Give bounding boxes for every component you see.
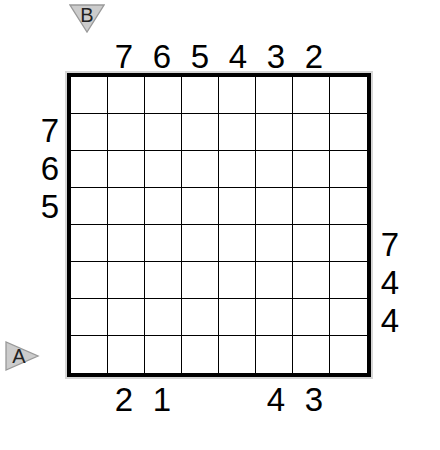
cell-r1c3[interactable] bbox=[145, 77, 182, 114]
cell-r8c7[interactable] bbox=[293, 336, 330, 373]
clue-bottom-col2: 2 bbox=[105, 383, 143, 416]
clue-left-row1 bbox=[33, 73, 67, 111]
marker-b-label: B bbox=[69, 5, 105, 26]
cell-r7c2[interactable] bbox=[108, 299, 145, 336]
cell-r7c5[interactable] bbox=[219, 299, 256, 336]
clue-top-col4: 5 bbox=[181, 40, 219, 73]
clues-left: 765 bbox=[33, 73, 67, 377]
cell-r7c1[interactable] bbox=[71, 299, 108, 336]
cell-r5c4[interactable] bbox=[182, 225, 219, 262]
clue-top-col8 bbox=[333, 40, 371, 73]
clue-bottom-col7: 3 bbox=[295, 383, 333, 416]
cell-r3c6[interactable] bbox=[256, 151, 293, 188]
puzzle-grid bbox=[67, 73, 371, 377]
cell-r8c6[interactable] bbox=[256, 336, 293, 373]
cell-r6c6[interactable] bbox=[256, 262, 293, 299]
cell-r8c2[interactable] bbox=[108, 336, 145, 373]
cell-r1c8[interactable] bbox=[330, 77, 367, 114]
clues-right: 744 bbox=[373, 73, 407, 377]
cell-r7c7[interactable] bbox=[293, 299, 330, 336]
cell-r5c5[interactable] bbox=[219, 225, 256, 262]
cell-r1c6[interactable] bbox=[256, 77, 293, 114]
cell-r2c3[interactable] bbox=[145, 114, 182, 151]
cell-r3c8[interactable] bbox=[330, 151, 367, 188]
cell-r7c6[interactable] bbox=[256, 299, 293, 336]
cell-r1c4[interactable] bbox=[182, 77, 219, 114]
clue-left-row6 bbox=[33, 263, 67, 301]
cell-r2c5[interactable] bbox=[219, 114, 256, 151]
clue-bottom-col6: 4 bbox=[257, 383, 295, 416]
puzzle-canvas: B A 765432 765 744 2143 bbox=[0, 0, 440, 450]
cell-r4c1[interactable] bbox=[71, 188, 108, 225]
clue-bottom-col4 bbox=[181, 383, 219, 416]
clue-top-col6: 3 bbox=[257, 40, 295, 73]
clue-left-row7 bbox=[33, 301, 67, 339]
clue-bottom-col8 bbox=[333, 383, 371, 416]
clue-right-row7: 4 bbox=[373, 301, 407, 339]
cell-r2c8[interactable] bbox=[330, 114, 367, 151]
clue-bottom-col5 bbox=[219, 383, 257, 416]
cell-r6c7[interactable] bbox=[293, 262, 330, 299]
cell-r6c3[interactable] bbox=[145, 262, 182, 299]
cell-r5c3[interactable] bbox=[145, 225, 182, 262]
cell-r5c8[interactable] bbox=[330, 225, 367, 262]
cell-r4c2[interactable] bbox=[108, 188, 145, 225]
cell-r7c8[interactable] bbox=[330, 299, 367, 336]
cell-r1c1[interactable] bbox=[71, 77, 108, 114]
cell-r4c4[interactable] bbox=[182, 188, 219, 225]
clue-bottom-col1 bbox=[67, 383, 105, 416]
clue-right-row8 bbox=[373, 339, 407, 377]
clues-top: 765432 bbox=[67, 40, 371, 73]
clue-bottom-col3: 1 bbox=[143, 383, 181, 416]
cell-r2c6[interactable] bbox=[256, 114, 293, 151]
cell-r4c3[interactable] bbox=[145, 188, 182, 225]
cell-r1c7[interactable] bbox=[293, 77, 330, 114]
cell-r1c2[interactable] bbox=[108, 77, 145, 114]
cell-r6c5[interactable] bbox=[219, 262, 256, 299]
clue-left-row3: 6 bbox=[33, 149, 67, 187]
clue-left-row4: 5 bbox=[33, 187, 67, 225]
cell-r3c2[interactable] bbox=[108, 151, 145, 188]
clue-right-row6: 4 bbox=[373, 263, 407, 301]
cell-r2c2[interactable] bbox=[108, 114, 145, 151]
clue-right-row5: 7 bbox=[373, 225, 407, 263]
clue-top-col7: 2 bbox=[295, 40, 333, 73]
clue-top-col5: 4 bbox=[219, 40, 257, 73]
marker-b: B bbox=[69, 4, 105, 34]
cell-r2c1[interactable] bbox=[71, 114, 108, 151]
cell-r3c1[interactable] bbox=[71, 151, 108, 188]
cell-r4c7[interactable] bbox=[293, 188, 330, 225]
clue-top-col1 bbox=[67, 40, 105, 73]
marker-a-label: A bbox=[7, 341, 31, 371]
cell-r4c8[interactable] bbox=[330, 188, 367, 225]
clue-right-row1 bbox=[373, 73, 407, 111]
cell-r8c3[interactable] bbox=[145, 336, 182, 373]
clue-right-row2 bbox=[373, 111, 407, 149]
cell-r6c8[interactable] bbox=[330, 262, 367, 299]
cell-r3c5[interactable] bbox=[219, 151, 256, 188]
cell-r8c4[interactable] bbox=[182, 336, 219, 373]
cell-r5c7[interactable] bbox=[293, 225, 330, 262]
cell-r8c5[interactable] bbox=[219, 336, 256, 373]
cell-r5c2[interactable] bbox=[108, 225, 145, 262]
clue-left-row2: 7 bbox=[33, 111, 67, 149]
cell-r7c4[interactable] bbox=[182, 299, 219, 336]
cell-r3c4[interactable] bbox=[182, 151, 219, 188]
cell-r3c7[interactable] bbox=[293, 151, 330, 188]
clue-top-col3: 6 bbox=[143, 40, 181, 73]
cell-r2c4[interactable] bbox=[182, 114, 219, 151]
cell-r7c3[interactable] bbox=[145, 299, 182, 336]
cell-r8c8[interactable] bbox=[330, 336, 367, 373]
clue-left-row5 bbox=[33, 225, 67, 263]
cell-r8c1[interactable] bbox=[71, 336, 108, 373]
clue-right-row4 bbox=[373, 187, 407, 225]
cell-r4c5[interactable] bbox=[219, 188, 256, 225]
clue-right-row3 bbox=[373, 149, 407, 187]
cell-r4c6[interactable] bbox=[256, 188, 293, 225]
cell-r3c3[interactable] bbox=[145, 151, 182, 188]
cell-r6c4[interactable] bbox=[182, 262, 219, 299]
cell-r6c2[interactable] bbox=[108, 262, 145, 299]
clue-left-row8 bbox=[33, 339, 67, 377]
cell-r2c7[interactable] bbox=[293, 114, 330, 151]
cell-r6c1[interactable] bbox=[71, 262, 108, 299]
cell-r5c6[interactable] bbox=[256, 225, 293, 262]
cell-r5c1[interactable] bbox=[71, 225, 108, 262]
clues-bottom: 2143 bbox=[67, 383, 371, 415]
clue-top-col2: 7 bbox=[105, 40, 143, 73]
cell-r1c5[interactable] bbox=[219, 77, 256, 114]
